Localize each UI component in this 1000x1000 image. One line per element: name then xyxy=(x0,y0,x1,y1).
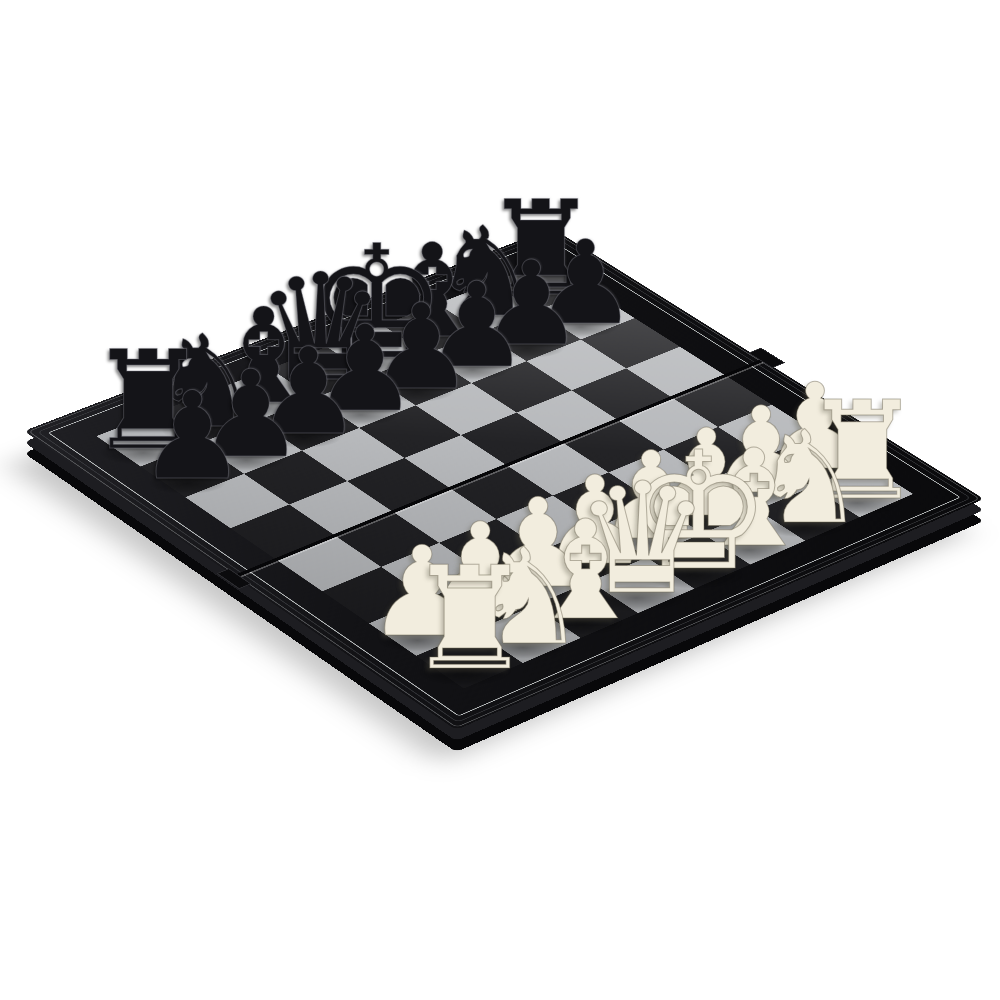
board-top-face xyxy=(24,228,984,730)
product-photo-scene: AA88BB77CC66DD55EE44FF33GG22HH11 ♜♞♝♛♚♝♞… xyxy=(0,0,1000,1000)
chessboard: AA88BB77CC66DD55EE44FF33GG22HH11 ♜♞♝♛♚♝♞… xyxy=(0,0,1000,1000)
playing-field xyxy=(96,262,913,689)
